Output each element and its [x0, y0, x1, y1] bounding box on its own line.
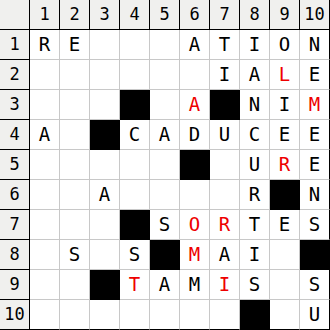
cell-r9c10[interactable]: S	[300, 270, 330, 300]
col-header-9: 9	[270, 0, 300, 30]
cell-r1c2[interactable]: E	[60, 30, 90, 60]
cell-r6c3[interactable]: A	[90, 180, 120, 210]
corner-cell	[0, 0, 30, 30]
cell-r6c6[interactable]	[180, 180, 210, 210]
block-cell-r5c6	[180, 150, 210, 180]
cell-r9c4[interactable]: T	[120, 270, 150, 300]
cell-r7c3[interactable]	[90, 210, 120, 240]
cell-r3c5[interactable]	[150, 90, 180, 120]
cell-r10c5[interactable]	[150, 300, 180, 330]
cell-r2c8[interactable]: A	[240, 60, 270, 90]
cell-r7c7[interactable]: R	[210, 210, 240, 240]
cell-r9c6[interactable]: M	[180, 270, 210, 300]
cell-r3c3[interactable]	[90, 90, 120, 120]
block-cell-r8c10	[300, 240, 330, 270]
cell-r8c2[interactable]: S	[60, 240, 90, 270]
cell-r2c4[interactable]	[120, 60, 150, 90]
cell-r3c6[interactable]: A	[180, 90, 210, 120]
cell-r1c6[interactable]: A	[180, 30, 210, 60]
cell-r2c7[interactable]: I	[210, 60, 240, 90]
cell-r4c1[interactable]: A	[30, 120, 60, 150]
row-header-2: 2	[0, 60, 30, 90]
cell-r6c8[interactable]: R	[240, 180, 270, 210]
cell-r7c8[interactable]: T	[240, 210, 270, 240]
cell-r7c6[interactable]: O	[180, 210, 210, 240]
row-header-5: 5	[0, 150, 30, 180]
cell-r9c9[interactable]	[270, 270, 300, 300]
cell-r2c9[interactable]: L	[270, 60, 300, 90]
col-header-8: 8	[240, 0, 270, 30]
col-header-5: 5	[150, 0, 180, 30]
cell-r6c5[interactable]	[150, 180, 180, 210]
row-header-8: 8	[0, 240, 30, 270]
cell-r2c2[interactable]	[60, 60, 90, 90]
block-cell-r8c5	[150, 240, 180, 270]
cell-r5c1[interactable]	[30, 150, 60, 180]
cell-r1c9[interactable]: O	[270, 30, 300, 60]
col-header-2: 2	[60, 0, 90, 30]
cell-r10c2[interactable]	[60, 300, 90, 330]
cell-r1c8[interactable]: I	[240, 30, 270, 60]
col-header-10: 10	[300, 0, 330, 30]
block-cell-r3c7	[210, 90, 240, 120]
block-cell-r3c4	[120, 90, 150, 120]
cell-r7c5[interactable]: S	[150, 210, 180, 240]
cell-r10c4[interactable]	[120, 300, 150, 330]
cell-r3c2[interactable]	[60, 90, 90, 120]
cell-r5c9[interactable]: R	[270, 150, 300, 180]
cell-r1c1[interactable]: R	[30, 30, 60, 60]
row-header-4: 4	[0, 120, 30, 150]
cell-r7c10[interactable]: S	[300, 210, 330, 240]
cell-r4c8[interactable]: C	[240, 120, 270, 150]
row-header-10: 10	[0, 300, 30, 330]
cell-r2c6[interactable]	[180, 60, 210, 90]
crossword-board: 123456789101REATION2IALE3ANIM4ACADUCEE5U…	[0, 0, 330, 330]
cell-r7c9[interactable]: E	[270, 210, 300, 240]
cell-r10c6[interactable]	[180, 300, 210, 330]
cell-r6c7[interactable]	[210, 180, 240, 210]
cell-r6c1[interactable]	[30, 180, 60, 210]
cell-r4c6[interactable]: D	[180, 120, 210, 150]
cell-r5c2[interactable]	[60, 150, 90, 180]
cell-r1c5[interactable]	[150, 30, 180, 60]
cell-r6c2[interactable]	[60, 180, 90, 210]
cell-r8c6[interactable]: M	[180, 240, 210, 270]
cell-r9c5[interactable]: A	[150, 270, 180, 300]
cell-r8c8[interactable]: I	[240, 240, 270, 270]
cell-r5c7[interactable]	[210, 150, 240, 180]
cell-r6c4[interactable]	[120, 180, 150, 210]
cell-r4c10[interactable]: E	[300, 120, 330, 150]
cell-r2c3[interactable]	[90, 60, 120, 90]
row-header-9: 9	[0, 270, 30, 300]
cell-r8c7[interactable]: A	[210, 240, 240, 270]
block-cell-r10c8	[240, 300, 270, 330]
cell-r3c8[interactable]: N	[240, 90, 270, 120]
cell-r9c7[interactable]: I	[210, 270, 240, 300]
col-header-6: 6	[180, 0, 210, 30]
cell-r1c10[interactable]: N	[300, 30, 330, 60]
cell-r10c9[interactable]	[270, 300, 300, 330]
cell-r4c9[interactable]: E	[270, 120, 300, 150]
row-header-1: 1	[0, 30, 30, 60]
cell-r5c5[interactable]	[150, 150, 180, 180]
cell-r4c7[interactable]: U	[210, 120, 240, 150]
col-header-4: 4	[120, 0, 150, 30]
cell-r8c4[interactable]: S	[120, 240, 150, 270]
cell-r2c5[interactable]	[150, 60, 180, 90]
cell-r9c8[interactable]: S	[240, 270, 270, 300]
col-header-7: 7	[210, 0, 240, 30]
cell-r7c2[interactable]	[60, 210, 90, 240]
cell-r3c10[interactable]: M	[300, 90, 330, 120]
cell-r4c4[interactable]: C	[120, 120, 150, 150]
cell-r2c10[interactable]: E	[300, 60, 330, 90]
block-cell-r4c3	[90, 120, 120, 150]
cell-r10c7[interactable]	[210, 300, 240, 330]
row-header-7: 7	[0, 210, 30, 240]
cell-r5c10[interactable]: E	[300, 150, 330, 180]
row-header-6: 6	[0, 180, 30, 210]
cell-r1c3[interactable]	[90, 30, 120, 60]
col-header-3: 3	[90, 0, 120, 30]
cell-r5c3[interactable]	[90, 150, 120, 180]
cell-r7c1[interactable]	[30, 210, 60, 240]
cell-r3c9[interactable]: I	[270, 90, 300, 120]
cell-r8c3[interactable]	[90, 240, 120, 270]
cell-r4c5[interactable]: A	[150, 120, 180, 150]
cell-r10c10[interactable]: U	[300, 300, 330, 330]
cell-r10c3[interactable]	[90, 300, 120, 330]
row-header-3: 3	[0, 90, 30, 120]
cell-r3c1[interactable]	[30, 90, 60, 120]
cell-r4c2[interactable]	[60, 120, 90, 150]
cell-r8c9[interactable]	[270, 240, 300, 270]
block-cell-r6c9	[270, 180, 300, 210]
block-cell-r7c4	[120, 210, 150, 240]
cell-r8c1[interactable]	[30, 240, 60, 270]
cell-r9c2[interactable]	[60, 270, 90, 300]
col-header-1: 1	[30, 0, 60, 30]
cell-r1c7[interactable]: T	[210, 30, 240, 60]
cell-r1c4[interactable]	[120, 30, 150, 60]
cell-r6c10[interactable]: N	[300, 180, 330, 210]
cell-r10c1[interactable]	[30, 300, 60, 330]
cell-r2c1[interactable]	[30, 60, 60, 90]
cell-r5c4[interactable]	[120, 150, 150, 180]
cell-r9c1[interactable]	[30, 270, 60, 300]
block-cell-r9c3	[90, 270, 120, 300]
cell-r5c8[interactable]: U	[240, 150, 270, 180]
